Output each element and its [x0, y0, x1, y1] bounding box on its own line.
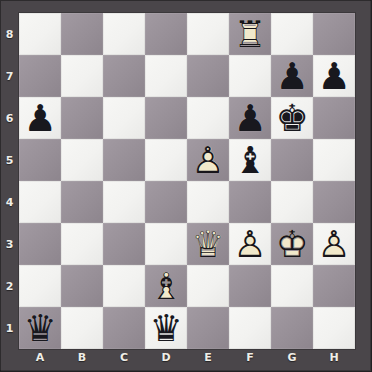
- black-pawn[interactable]: ♟: [313, 55, 355, 97]
- square-a1[interactable]: ♛: [19, 307, 61, 349]
- file-labels: ABCDEFGH: [19, 349, 355, 372]
- rank-label-8: 8: [0, 13, 19, 55]
- square-a4[interactable]: [19, 181, 61, 223]
- rank-label-1: 1: [0, 307, 19, 349]
- square-b8[interactable]: [61, 13, 103, 55]
- square-d3[interactable]: [145, 223, 187, 265]
- black-pawn-glyph: ♟: [313, 55, 355, 97]
- square-c5[interactable]: [103, 139, 145, 181]
- square-e8[interactable]: [187, 13, 229, 55]
- square-h2[interactable]: [313, 265, 355, 307]
- square-g1[interactable]: [271, 307, 313, 349]
- black-pawn[interactable]: ♟: [19, 97, 61, 139]
- white-pawn[interactable]: ♟♙: [229, 223, 271, 265]
- square-e3[interactable]: ♛♕: [187, 223, 229, 265]
- square-b4[interactable]: [61, 181, 103, 223]
- square-c2[interactable]: [103, 265, 145, 307]
- square-a6[interactable]: ♟: [19, 97, 61, 139]
- rank-label-4: 4: [0, 181, 19, 223]
- square-c3[interactable]: [103, 223, 145, 265]
- white-pawn-outline: ♙: [229, 223, 271, 265]
- square-c1[interactable]: [103, 307, 145, 349]
- white-queen-outline: ♕: [187, 223, 229, 265]
- black-king-glyph: ♚: [271, 97, 313, 139]
- square-a8[interactable]: [19, 13, 61, 55]
- square-f6[interactable]: ♟: [229, 97, 271, 139]
- square-e2[interactable]: [187, 265, 229, 307]
- white-rook[interactable]: ♜♖: [229, 13, 271, 55]
- square-d2[interactable]: ♝♗: [145, 265, 187, 307]
- square-d5[interactable]: [145, 139, 187, 181]
- square-g8[interactable]: [271, 13, 313, 55]
- rank-label-6: 6: [0, 97, 19, 139]
- chess-diagram-window: 87654321 ♜♖♟♟♟♟♚♟♙♝♛♕♟♙♚♔♟♙♝♗♛♛ ABCDEFGH: [0, 0, 372, 372]
- black-pawn-glyph: ♟: [19, 97, 61, 139]
- white-pawn-outline: ♙: [187, 139, 229, 181]
- black-pawn-glyph: ♟: [229, 97, 271, 139]
- square-e4[interactable]: [187, 181, 229, 223]
- black-king[interactable]: ♚: [271, 97, 313, 139]
- square-d8[interactable]: [145, 13, 187, 55]
- file-label-c: C: [103, 349, 145, 372]
- file-label-f: F: [229, 349, 271, 372]
- chess-board: ♜♖♟♟♟♟♚♟♙♝♛♕♟♙♚♔♟♙♝♗♛♛: [19, 13, 355, 349]
- square-h3[interactable]: ♟♙: [313, 223, 355, 265]
- square-c6[interactable]: [103, 97, 145, 139]
- square-f4[interactable]: [229, 181, 271, 223]
- black-queen-glyph: ♛: [19, 307, 61, 349]
- file-label-b: B: [61, 349, 103, 372]
- square-h4[interactable]: [313, 181, 355, 223]
- black-queen[interactable]: ♛: [19, 307, 61, 349]
- square-b7[interactable]: [61, 55, 103, 97]
- rank-label-2: 2: [0, 265, 19, 307]
- file-label-d: D: [145, 349, 187, 372]
- white-bishop[interactable]: ♝♗: [145, 265, 187, 307]
- square-d6[interactable]: [145, 97, 187, 139]
- square-f5[interactable]: ♝: [229, 139, 271, 181]
- square-e5[interactable]: ♟♙: [187, 139, 229, 181]
- square-g7[interactable]: ♟: [271, 55, 313, 97]
- white-pawn-outline: ♙: [313, 223, 355, 265]
- square-d1[interactable]: ♛: [145, 307, 187, 349]
- square-g4[interactable]: [271, 181, 313, 223]
- square-a2[interactable]: [19, 265, 61, 307]
- square-b6[interactable]: [61, 97, 103, 139]
- square-b5[interactable]: [61, 139, 103, 181]
- square-g6[interactable]: ♚: [271, 97, 313, 139]
- square-f3[interactable]: ♟♙: [229, 223, 271, 265]
- file-label-h: H: [313, 349, 355, 372]
- black-pawn-glyph: ♟: [271, 55, 313, 97]
- rank-label-3: 3: [0, 223, 19, 265]
- square-e6[interactable]: [187, 97, 229, 139]
- file-label-e: E: [187, 349, 229, 372]
- black-pawn[interactable]: ♟: [271, 55, 313, 97]
- square-h1[interactable]: [313, 307, 355, 349]
- rank-label-7: 7: [0, 55, 19, 97]
- square-f7[interactable]: [229, 55, 271, 97]
- square-b1[interactable]: [61, 307, 103, 349]
- square-b2[interactable]: [61, 265, 103, 307]
- white-king[interactable]: ♚♔: [271, 223, 313, 265]
- square-h5[interactable]: [313, 139, 355, 181]
- square-g3[interactable]: ♚♔: [271, 223, 313, 265]
- square-f8[interactable]: ♜♖: [229, 13, 271, 55]
- black-bishop-glyph: ♝: [229, 139, 271, 181]
- white-king-outline: ♔: [271, 223, 313, 265]
- square-e1[interactable]: [187, 307, 229, 349]
- square-d7[interactable]: [145, 55, 187, 97]
- white-rook-outline: ♖: [229, 13, 271, 55]
- square-a7[interactable]: [19, 55, 61, 97]
- square-g5[interactable]: [271, 139, 313, 181]
- square-a3[interactable]: [19, 223, 61, 265]
- white-pawn[interactable]: ♟♙: [187, 139, 229, 181]
- square-e7[interactable]: [187, 55, 229, 97]
- square-g2[interactable]: [271, 265, 313, 307]
- black-bishop[interactable]: ♝: [229, 139, 271, 181]
- square-c8[interactable]: [103, 13, 145, 55]
- square-f2[interactable]: [229, 265, 271, 307]
- rank-labels: 87654321: [0, 13, 19, 349]
- file-label-a: A: [19, 349, 61, 372]
- black-queen-glyph: ♛: [145, 307, 187, 349]
- rank-label-5: 5: [0, 139, 19, 181]
- square-d4[interactable]: [145, 181, 187, 223]
- square-b3[interactable]: [61, 223, 103, 265]
- black-pawn[interactable]: ♟: [229, 97, 271, 139]
- file-label-g: G: [271, 349, 313, 372]
- black-queen[interactable]: ♛: [145, 307, 187, 349]
- square-f1[interactable]: [229, 307, 271, 349]
- square-c7[interactable]: [103, 55, 145, 97]
- square-a5[interactable]: [19, 139, 61, 181]
- square-h8[interactable]: [313, 13, 355, 55]
- square-c4[interactable]: [103, 181, 145, 223]
- white-pawn[interactable]: ♟♙: [313, 223, 355, 265]
- white-bishop-outline: ♗: [145, 265, 187, 307]
- square-h6[interactable]: [313, 97, 355, 139]
- square-h7[interactable]: ♟: [313, 55, 355, 97]
- white-queen[interactable]: ♛♕: [187, 223, 229, 265]
